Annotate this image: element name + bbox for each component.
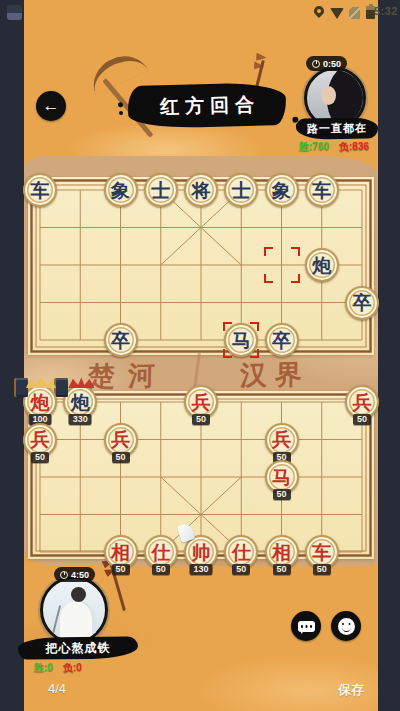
chat-bubble-icon — [298, 621, 315, 632]
screen: 5:32 ← 红方回合 0:50 路一直都在 胜:760 负:836 — [0, 0, 400, 711]
piece-red-兵[interactable]: 兵50 — [23, 423, 57, 457]
piece-red-兵[interactable]: 兵50 — [184, 385, 218, 419]
red-crown-ornament — [68, 377, 94, 388]
equipment-flag — [56, 378, 68, 397]
last-move-marker — [223, 322, 259, 358]
piece-black-炮[interactable]: 炮 — [305, 248, 339, 282]
hp-badge: 50 — [111, 452, 129, 463]
hp-badge: 50 — [232, 564, 250, 575]
sim-icon — [349, 7, 360, 19]
opponent-record: 胜:760 负:836 — [299, 140, 369, 154]
hp-badge: 50 — [272, 564, 290, 575]
hp-badge: 130 — [189, 564, 212, 575]
piece-black-卒[interactable]: 卒 — [345, 286, 379, 320]
gold-wings-ornament — [26, 377, 56, 388]
equipment-flag — [16, 378, 28, 397]
opponent-timer: 0:50 — [306, 56, 347, 71]
turn-banner: 红方回合 — [127, 82, 286, 129]
piece-red-车[interactable]: 车50 — [305, 535, 339, 569]
piece-red-兵[interactable]: 兵50 — [265, 423, 299, 457]
piece-black-象[interactable]: 象 — [265, 173, 299, 207]
player-timer: 4:50 — [54, 567, 95, 582]
back-button[interactable]: ← — [36, 91, 66, 121]
status-time: 5:32 — [374, 5, 398, 17]
piece-red-炮[interactable]: 炮100 — [23, 385, 57, 419]
status-bar: 5:32 — [0, 0, 400, 24]
hp-badge: 50 — [272, 489, 290, 500]
turn-banner-text: 红方回合 — [154, 91, 261, 120]
clock-icon — [312, 60, 320, 68]
hp-badge: 50 — [353, 414, 371, 425]
piece-black-士[interactable]: 士 — [224, 173, 258, 207]
chat-button[interactable] — [291, 611, 321, 641]
piece-red-兵[interactable]: 兵50 — [345, 385, 379, 419]
player-name-banner: 把心熬成铁 — [18, 636, 138, 659]
smiley-icon — [338, 618, 355, 635]
page-indicator: 4/4 — [48, 681, 66, 696]
piece-red-仕[interactable]: 仕50 — [224, 535, 258, 569]
picture-in-picture-icon[interactable] — [7, 5, 22, 20]
piece-black-士[interactable]: 士 — [144, 173, 178, 207]
hp-badge: 50 — [152, 564, 170, 575]
hp-badge: 330 — [69, 414, 92, 425]
hp-badge: 50 — [111, 564, 129, 575]
piece-black-炮[interactable]: 炮330 — [63, 385, 97, 419]
opponent-name-banner: 路一直都在 — [296, 117, 378, 139]
hp-badge: 50 — [313, 564, 331, 575]
piece-red-相[interactable]: 相50 — [265, 535, 299, 569]
piece-red-相[interactable]: 相50 — [104, 535, 138, 569]
clock-icon — [60, 571, 68, 579]
white-plume-ornament — [177, 522, 196, 542]
piece-black-象[interactable]: 象 — [104, 173, 138, 207]
wifi-icon — [330, 8, 344, 19]
ink-dot — [119, 111, 123, 115]
piece-black-车[interactable]: 车 — [305, 173, 339, 207]
piece-red-帅[interactable]: 帅130 — [184, 535, 218, 569]
location-icon — [312, 4, 326, 18]
emote-button[interactable] — [331, 611, 361, 641]
piece-red-马[interactable]: 马50 — [265, 460, 299, 494]
piece-black-卒[interactable]: 卒 — [104, 323, 138, 357]
last-move-marker — [264, 247, 300, 283]
hp-badge: 50 — [31, 452, 49, 463]
piece-red-仕[interactable]: 仕50 — [144, 535, 178, 569]
piece-black-车[interactable]: 车 — [23, 173, 57, 207]
piece-black-将[interactable]: 将 — [184, 173, 218, 207]
player-record: 胜:0 负:0 — [34, 661, 82, 675]
piece-black-卒[interactable]: 卒 — [265, 323, 299, 357]
player-avatar[interactable] — [40, 576, 108, 644]
piece-red-兵[interactable]: 兵50 — [104, 423, 138, 457]
save-button[interactable]: 保存 — [338, 681, 364, 699]
hp-badge: 50 — [192, 414, 210, 425]
